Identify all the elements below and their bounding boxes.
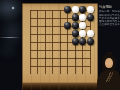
board-intersection[interactable] <box>64 54 72 62</box>
board-intersection[interactable] <box>34 62 42 70</box>
board-intersection[interactable] <box>34 38 42 46</box>
board-intersection[interactable] <box>87 22 95 30</box>
board-intersection[interactable] <box>27 62 35 70</box>
board-intersection[interactable] <box>49 62 57 70</box>
board-intersection[interactable] <box>27 6 35 14</box>
board-intersection[interactable] <box>34 70 42 78</box>
board-intersection[interactable] <box>49 54 57 62</box>
board-intersection[interactable] <box>79 46 87 54</box>
board-intersection[interactable] <box>49 14 57 22</box>
board-intersection[interactable] <box>27 70 35 78</box>
npc-robe-collar <box>104 72 114 82</box>
black-stone[interactable] <box>79 38 86 45</box>
board-intersection[interactable] <box>87 6 95 14</box>
board-intersection[interactable] <box>49 70 57 78</box>
black-stone[interactable] <box>72 22 79 29</box>
board-intersection[interactable] <box>87 54 95 62</box>
board-intersection[interactable] <box>64 30 72 38</box>
board-intersection[interactable] <box>57 62 65 70</box>
mist-wisp <box>0 42 18 58</box>
black-stone[interactable] <box>64 6 71 13</box>
white-stone[interactable] <box>72 6 79 13</box>
board-intersection[interactable] <box>72 30 80 38</box>
npc-portrait <box>97 52 120 90</box>
white-stone[interactable] <box>87 6 94 13</box>
board-intersection[interactable] <box>27 38 35 46</box>
board-intersection[interactable] <box>87 62 95 70</box>
board-intersection[interactable] <box>57 70 65 78</box>
board-intersection[interactable] <box>87 38 95 46</box>
board-intersection[interactable] <box>57 54 65 62</box>
board-intersection[interactable] <box>79 22 87 30</box>
board-intersection[interactable] <box>57 6 65 14</box>
board-intersection[interactable] <box>42 14 50 22</box>
board-intersection[interactable] <box>49 38 57 46</box>
black-stone[interactable] <box>72 38 79 45</box>
board-intersection[interactable] <box>87 70 95 78</box>
board-intersection[interactable] <box>72 6 80 14</box>
board-intersection[interactable] <box>34 22 42 30</box>
black-stone[interactable] <box>79 6 86 13</box>
board-intersection[interactable] <box>27 14 35 22</box>
board-intersection[interactable] <box>64 22 72 30</box>
board-intersection[interactable] <box>64 14 72 22</box>
board-intersection[interactable] <box>49 6 57 14</box>
black-stone[interactable] <box>87 14 94 21</box>
board-intersection[interactable] <box>79 38 87 46</box>
board-intersection[interactable] <box>42 46 50 54</box>
black-stone[interactable] <box>87 38 94 45</box>
board-intersection[interactable] <box>49 30 57 38</box>
board-intersection[interactable] <box>42 62 50 70</box>
black-stone[interactable] <box>64 22 71 29</box>
board-intersection[interactable] <box>34 30 42 38</box>
board-intersection[interactable] <box>49 22 57 30</box>
board-intersection[interactable] <box>79 62 87 70</box>
board-intersection[interactable] <box>79 30 87 38</box>
board-intersection[interactable] <box>72 62 80 70</box>
board-intersection[interactable] <box>64 46 72 54</box>
panel-text: 黑先白后，轮流落子棋子相连以气存活气尽之子即被提走围地多者即为胜方点击棋盘交叉落… <box>99 10 119 26</box>
stone-grid <box>27 6 95 78</box>
board-intersection[interactable] <box>57 22 65 30</box>
board-intersection[interactable] <box>64 6 72 14</box>
npc-face <box>105 58 113 68</box>
board-intersection[interactable] <box>64 70 72 78</box>
board-intersection[interactable] <box>72 70 80 78</box>
panel-divider <box>118 6 119 33</box>
light-speck <box>12 7 14 9</box>
board-intersection[interactable] <box>27 54 35 62</box>
game-screen: 对弈规则 黑先白后，轮流落子棋子相连以气存活气尽之子即被提走围地多者即为胜方点击… <box>0 0 120 90</box>
go-board <box>22 3 98 90</box>
board-intersection[interactable] <box>57 46 65 54</box>
white-stone[interactable] <box>87 30 94 37</box>
board-intersection[interactable] <box>79 54 87 62</box>
board-intersection[interactable] <box>42 30 50 38</box>
panel-text-line: 点击棋盘交叉落子 <box>99 23 119 26</box>
board-intersection[interactable] <box>57 30 65 38</box>
ink-backdrop <box>0 0 24 90</box>
white-stone[interactable] <box>79 22 86 29</box>
board-intersection[interactable] <box>79 70 87 78</box>
board-intersection[interactable] <box>27 46 35 54</box>
board-intersection[interactable] <box>79 14 87 22</box>
board-intersection[interactable] <box>87 46 95 54</box>
board-intersection[interactable] <box>34 54 42 62</box>
board-intersection[interactable] <box>42 54 50 62</box>
board-intersection[interactable] <box>87 14 95 22</box>
board-intersection[interactable] <box>72 46 80 54</box>
board-intersection[interactable] <box>42 70 50 78</box>
board-intersection[interactable] <box>72 38 80 46</box>
board-intersection[interactable] <box>42 22 50 30</box>
white-stone[interactable] <box>79 14 86 21</box>
black-stone[interactable] <box>72 14 79 21</box>
board-intersection[interactable] <box>64 62 72 70</box>
board-intersection[interactable] <box>87 30 95 38</box>
board-intersection[interactable] <box>57 14 65 22</box>
board-intersection[interactable] <box>49 46 57 54</box>
board-intersection[interactable] <box>42 6 50 14</box>
white-stone[interactable] <box>79 30 86 37</box>
board-intersection[interactable] <box>34 46 42 54</box>
black-stone[interactable] <box>72 30 79 37</box>
board-intersection[interactable] <box>42 38 50 46</box>
board-intersection[interactable] <box>57 38 65 46</box>
board-intersection[interactable] <box>64 38 72 46</box>
light-streak <box>0 37 20 38</box>
board-intersection[interactable] <box>27 30 35 38</box>
board-intersection[interactable] <box>72 54 80 62</box>
board-intersection[interactable] <box>79 6 87 14</box>
board-intersection[interactable] <box>72 14 80 22</box>
board-intersection[interactable] <box>27 22 35 30</box>
board-intersection[interactable] <box>72 22 80 30</box>
board-intersection[interactable] <box>34 14 42 22</box>
board-intersection[interactable] <box>34 6 42 14</box>
